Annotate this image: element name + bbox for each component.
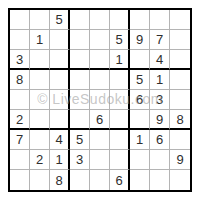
cell-r5c9[interactable] bbox=[170, 90, 190, 110]
cell-r8c7[interactable] bbox=[130, 150, 150, 170]
cell-r4c5[interactable] bbox=[90, 70, 110, 90]
cell-r7c5[interactable] bbox=[90, 130, 110, 150]
cell-r8c3[interactable]: 1 bbox=[50, 150, 70, 170]
sudoku-page: 5159731485163269874516213986 © LiveSudok… bbox=[0, 0, 200, 200]
cell-r1c7[interactable] bbox=[130, 10, 150, 30]
cell-r8c4[interactable]: 3 bbox=[70, 150, 90, 170]
cell-r5c4[interactable] bbox=[70, 90, 90, 110]
cell-r2c8[interactable]: 7 bbox=[150, 30, 170, 50]
cell-r9c1[interactable] bbox=[10, 170, 30, 190]
cell-r4c6[interactable] bbox=[110, 70, 130, 90]
cell-r8c6[interactable] bbox=[110, 150, 130, 170]
cell-r9c2[interactable] bbox=[30, 170, 50, 190]
cell-r1c8[interactable] bbox=[150, 10, 170, 30]
cell-r1c2[interactable] bbox=[30, 10, 50, 30]
cell-r9c3[interactable]: 8 bbox=[50, 170, 70, 190]
cell-r8c2[interactable]: 2 bbox=[30, 150, 50, 170]
cell-r9c6[interactable]: 6 bbox=[110, 170, 130, 190]
cell-r2c9[interactable] bbox=[170, 30, 190, 50]
cell-r5c5[interactable] bbox=[90, 90, 110, 110]
cell-r5c8[interactable]: 3 bbox=[150, 90, 170, 110]
cell-r4c1[interactable]: 8 bbox=[10, 70, 30, 90]
cell-r1c3[interactable]: 5 bbox=[50, 10, 70, 30]
cell-r3c8[interactable]: 4 bbox=[150, 50, 170, 70]
cell-r4c3[interactable] bbox=[50, 70, 70, 90]
cell-r7c8[interactable]: 6 bbox=[150, 130, 170, 150]
cell-r9c7[interactable] bbox=[130, 170, 150, 190]
cell-r7c2[interactable] bbox=[30, 130, 50, 150]
cell-r3c3[interactable] bbox=[50, 50, 70, 70]
cell-r7c6[interactable] bbox=[110, 130, 130, 150]
cell-r9c5[interactable] bbox=[90, 170, 110, 190]
cell-r7c7[interactable]: 1 bbox=[130, 130, 150, 150]
cell-r2c6[interactable]: 5 bbox=[110, 30, 130, 50]
cell-r8c1[interactable] bbox=[10, 150, 30, 170]
sudoku-board: 5159731485163269874516213986 bbox=[8, 8, 192, 192]
cell-r3c1[interactable]: 3 bbox=[10, 50, 30, 70]
cell-r7c4[interactable]: 5 bbox=[70, 130, 90, 150]
cell-r6c7[interactable] bbox=[130, 110, 150, 130]
cell-r2c7[interactable]: 9 bbox=[130, 30, 150, 50]
cell-r1c4[interactable] bbox=[70, 10, 90, 30]
cell-r1c1[interactable] bbox=[10, 10, 30, 30]
cell-r2c1[interactable] bbox=[10, 30, 30, 50]
cell-r4c7[interactable]: 5 bbox=[130, 70, 150, 90]
cell-r6c4[interactable] bbox=[70, 110, 90, 130]
cell-r6c9[interactable]: 8 bbox=[170, 110, 190, 130]
cell-r7c9[interactable] bbox=[170, 130, 190, 150]
cell-r5c6[interactable] bbox=[110, 90, 130, 110]
cell-r9c4[interactable] bbox=[70, 170, 90, 190]
cell-r4c9[interactable] bbox=[170, 70, 190, 90]
cell-r5c1[interactable] bbox=[10, 90, 30, 110]
cell-r7c3[interactable]: 4 bbox=[50, 130, 70, 150]
cell-r2c2[interactable]: 1 bbox=[30, 30, 50, 50]
cell-r5c3[interactable] bbox=[50, 90, 70, 110]
cell-r3c4[interactable] bbox=[70, 50, 90, 70]
cell-r5c2[interactable] bbox=[30, 90, 50, 110]
cell-r2c4[interactable] bbox=[70, 30, 90, 50]
cell-r6c2[interactable] bbox=[30, 110, 50, 130]
cell-r3c2[interactable] bbox=[30, 50, 50, 70]
cell-r9c9[interactable] bbox=[170, 170, 190, 190]
cell-r3c9[interactable] bbox=[170, 50, 190, 70]
cell-r8c5[interactable] bbox=[90, 150, 110, 170]
cell-r6c6[interactable] bbox=[110, 110, 130, 130]
cell-r3c6[interactable]: 1 bbox=[110, 50, 130, 70]
cell-r7c1[interactable]: 7 bbox=[10, 130, 30, 150]
cell-r1c9[interactable] bbox=[170, 10, 190, 30]
cell-r6c1[interactable]: 2 bbox=[10, 110, 30, 130]
cell-r2c3[interactable] bbox=[50, 30, 70, 50]
cell-r8c8[interactable] bbox=[150, 150, 170, 170]
cell-r6c5[interactable]: 6 bbox=[90, 110, 110, 130]
cell-r9c8[interactable] bbox=[150, 170, 170, 190]
cell-r5c7[interactable]: 6 bbox=[130, 90, 150, 110]
cell-r1c5[interactable] bbox=[90, 10, 110, 30]
cell-r6c8[interactable]: 9 bbox=[150, 110, 170, 130]
cell-r1c6[interactable] bbox=[110, 10, 130, 30]
cell-r3c7[interactable] bbox=[130, 50, 150, 70]
cell-r4c4[interactable] bbox=[70, 70, 90, 90]
cell-r4c2[interactable] bbox=[30, 70, 50, 90]
cell-r4c8[interactable]: 1 bbox=[150, 70, 170, 90]
cell-r3c5[interactable] bbox=[90, 50, 110, 70]
cell-r6c3[interactable] bbox=[50, 110, 70, 130]
cell-r2c5[interactable] bbox=[90, 30, 110, 50]
cell-r8c9[interactable]: 9 bbox=[170, 150, 190, 170]
